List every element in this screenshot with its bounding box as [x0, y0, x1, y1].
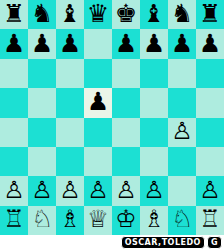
square-c1[interactable]: ♗	[56, 206, 84, 235]
square-d1[interactable]: ♕	[84, 206, 112, 235]
square-g4[interactable]: ♙	[168, 118, 196, 147]
square-f8[interactable]: ♝	[140, 0, 168, 29]
square-e4[interactable]	[112, 118, 140, 147]
square-b2[interactable]: ♙	[28, 176, 56, 205]
chess-board[interactable]: ♜♞♝♛♚♝♞♜♟♟♟♟♟♟♟♟♙♙♙♙♙♙♙♙♖♘♗♕♔♗♘♖	[0, 0, 224, 235]
piece-white-rook[interactable]: ♖	[3, 207, 25, 231]
footer-strip: OSCAR,TOLEDO G	[0, 235, 224, 250]
piece-black-pawn[interactable]: ♟	[59, 31, 81, 56]
square-h4[interactable]	[196, 118, 224, 147]
square-a5[interactable]	[0, 88, 28, 117]
square-c4[interactable]	[56, 118, 84, 147]
square-c7[interactable]: ♟	[56, 29, 84, 58]
piece-black-bishop[interactable]: ♝	[143, 1, 165, 26]
piece-black-pawn[interactable]: ♟	[199, 31, 221, 56]
square-d7[interactable]	[84, 29, 112, 58]
square-g1[interactable]: ♘	[168, 206, 196, 235]
piece-black-pawn[interactable]: ♟	[87, 89, 109, 114]
piece-white-king[interactable]: ♔	[115, 207, 137, 231]
square-b6[interactable]	[28, 59, 56, 88]
piece-black-king[interactable]: ♚	[115, 1, 137, 26]
piece-white-rook[interactable]: ♖	[199, 207, 221, 231]
square-d4[interactable]	[84, 118, 112, 147]
square-a8[interactable]: ♜	[0, 0, 28, 29]
piece-black-pawn[interactable]: ♟	[115, 31, 137, 56]
piece-white-pawn[interactable]: ♙	[115, 178, 137, 202]
square-g7[interactable]: ♟	[168, 29, 196, 58]
square-h6[interactable]	[196, 59, 224, 88]
square-b3[interactable]	[28, 147, 56, 176]
square-g5[interactable]	[168, 88, 196, 117]
square-g8[interactable]: ♞	[168, 0, 196, 29]
square-f2[interactable]: ♙	[140, 176, 168, 205]
square-f7[interactable]: ♟	[140, 29, 168, 58]
square-g6[interactable]	[168, 59, 196, 88]
chess-app: ♜♞♝♛♚♝♞♜♟♟♟♟♟♟♟♟♙♙♙♙♙♙♙♙♖♘♗♕♔♗♘♖ OSCAR,T…	[0, 0, 224, 250]
square-b8[interactable]: ♞	[28, 0, 56, 29]
square-c8[interactable]: ♝	[56, 0, 84, 29]
square-d5[interactable]: ♟	[84, 88, 112, 117]
piece-black-queen[interactable]: ♛	[87, 1, 109, 26]
square-h3[interactable]	[196, 147, 224, 176]
piece-black-rook[interactable]: ♜	[199, 1, 221, 26]
square-f3[interactable]	[140, 147, 168, 176]
piece-white-pawn[interactable]: ♙	[87, 178, 109, 202]
square-e7[interactable]: ♟	[112, 29, 140, 58]
square-a3[interactable]	[0, 147, 28, 176]
square-h1[interactable]: ♖	[196, 206, 224, 235]
piece-black-pawn[interactable]: ♟	[31, 31, 53, 56]
piece-white-pawn[interactable]: ♙	[199, 178, 221, 202]
square-f4[interactable]	[140, 118, 168, 147]
square-b1[interactable]: ♘	[28, 206, 56, 235]
square-a6[interactable]	[0, 59, 28, 88]
square-d8[interactable]: ♛	[84, 0, 112, 29]
square-f5[interactable]	[140, 88, 168, 117]
square-a4[interactable]	[0, 118, 28, 147]
square-e8[interactable]: ♚	[112, 0, 140, 29]
piece-white-pawn[interactable]: ♙	[31, 178, 53, 202]
square-b4[interactable]	[28, 118, 56, 147]
square-e5[interactable]	[112, 88, 140, 117]
square-a7[interactable]: ♟	[0, 29, 28, 58]
piece-white-knight[interactable]: ♘	[171, 207, 193, 231]
piece-white-bishop[interactable]: ♗	[143, 207, 165, 231]
square-d2[interactable]: ♙	[84, 176, 112, 205]
square-f1[interactable]: ♗	[140, 206, 168, 235]
piece-black-bishop[interactable]: ♝	[59, 1, 81, 26]
square-e1[interactable]: ♔	[112, 206, 140, 235]
square-h7[interactable]: ♟	[196, 29, 224, 58]
square-a2[interactable]: ♙	[0, 176, 28, 205]
square-e2[interactable]: ♙	[112, 176, 140, 205]
square-c2[interactable]: ♙	[56, 176, 84, 205]
piece-white-pawn[interactable]: ♙	[143, 178, 165, 202]
piece-black-knight[interactable]: ♞	[31, 1, 53, 26]
square-h8[interactable]: ♜	[196, 0, 224, 29]
piece-white-pawn[interactable]: ♙	[3, 178, 25, 202]
square-g3[interactable]	[168, 147, 196, 176]
piece-white-bishop[interactable]: ♗	[59, 207, 81, 231]
square-c6[interactable]	[56, 59, 84, 88]
watermark-suffix-badge: G	[207, 236, 222, 249]
square-h2[interactable]: ♙	[196, 176, 224, 205]
square-d3[interactable]	[84, 147, 112, 176]
piece-white-pawn[interactable]: ♙	[59, 178, 81, 202]
watermark-author-badge: OSCAR,TOLEDO	[121, 236, 205, 249]
square-b7[interactable]: ♟	[28, 29, 56, 58]
square-e6[interactable]	[112, 59, 140, 88]
piece-black-pawn[interactable]: ♟	[143, 31, 165, 56]
square-b5[interactable]	[28, 88, 56, 117]
square-c5[interactable]	[56, 88, 84, 117]
square-c3[interactable]	[56, 147, 84, 176]
piece-black-knight[interactable]: ♞	[171, 1, 193, 26]
piece-black-pawn[interactable]: ♟	[3, 31, 25, 56]
square-g2[interactable]	[168, 176, 196, 205]
piece-white-knight[interactable]: ♘	[31, 207, 53, 231]
square-e3[interactable]	[112, 147, 140, 176]
square-d6[interactable]	[84, 59, 112, 88]
piece-black-pawn[interactable]: ♟	[171, 31, 193, 56]
square-f6[interactable]	[140, 59, 168, 88]
piece-white-pawn[interactable]: ♙	[171, 119, 193, 143]
square-h5[interactable]	[196, 88, 224, 117]
piece-white-queen[interactable]: ♕	[87, 207, 109, 231]
square-a1[interactable]: ♖	[0, 206, 28, 235]
piece-black-rook[interactable]: ♜	[3, 1, 25, 26]
